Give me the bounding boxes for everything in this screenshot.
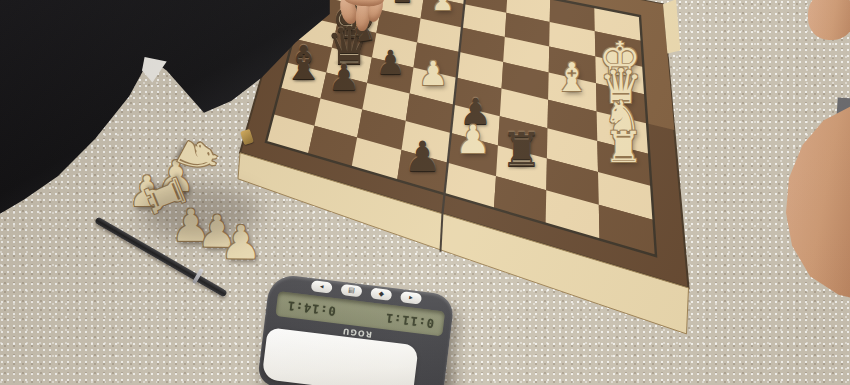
piece-white-bishop-e2: ♝ [554, 57, 590, 97]
clock-white-panel [262, 327, 419, 385]
clock-button-1: ▤ [340, 284, 362, 297]
piece-black-pawn-g6: ♟ [391, 0, 413, 6]
piece-black-pawn-d6: ♟ [376, 47, 406, 80]
clock-button-2: ◆ [370, 287, 392, 300]
piece-black-pawn-c7: ♟ [328, 60, 360, 96]
clock-time-left: 0:14:1 [286, 298, 337, 318]
chess-game-photo: ♟♟♚♚♛♝♛♟♟♞♝♟♟♜♜♟♟♟♟♟♟♟♜♞♞ ◂▤◆▸ 0:14:1 0:… [0, 0, 850, 385]
piece-black-pawn-a5: ♟ [404, 136, 441, 178]
clock-time-right: 0:11:1 [384, 310, 435, 330]
piece-white-pawn-b4: ♟ [455, 121, 490, 160]
clock-button-0: ◂ [311, 280, 333, 293]
piece-black-rook-b3: ♜ [501, 127, 543, 174]
captured-pile-shadow [140, 185, 260, 241]
clock-button-3: ▸ [400, 291, 422, 304]
piece-black-bishop-c8: ♝ [282, 40, 324, 87]
right-player-hand-upper [808, 0, 850, 40]
piece-white-pawn-g5: ♟ [431, 0, 453, 15]
piece-white-pawn-d5: ♟ [418, 57, 448, 90]
piece-white-rook-c1: ♜ [604, 126, 643, 169]
